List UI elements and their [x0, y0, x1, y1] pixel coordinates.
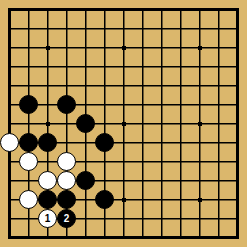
star-point	[198, 198, 202, 202]
stone-black	[57, 190, 76, 209]
stone-white	[19, 152, 38, 171]
stone-black-move-2: 2	[57, 209, 76, 228]
move-number: 1	[45, 214, 51, 224]
go-board: 12	[0, 0, 247, 247]
star-point	[122, 198, 126, 202]
stone-black	[95, 133, 114, 152]
stone-white	[19, 190, 38, 209]
stone-white	[57, 171, 76, 190]
star-point	[46, 46, 50, 50]
star-point	[46, 122, 50, 126]
star-point	[122, 46, 126, 50]
move-number: 2	[64, 214, 70, 224]
stone-white	[0, 133, 19, 152]
stone-black	[19, 95, 38, 114]
stone-black	[95, 190, 114, 209]
stone-black	[38, 190, 57, 209]
stone-black	[76, 114, 95, 133]
stone-white-move-1: 1	[38, 209, 57, 228]
star-point	[122, 122, 126, 126]
star-point	[198, 46, 202, 50]
stone-white	[38, 171, 57, 190]
stone-white	[57, 152, 76, 171]
stone-black	[76, 171, 95, 190]
stone-black	[38, 133, 57, 152]
go-diagram: 12	[0, 0, 247, 247]
star-point	[198, 122, 202, 126]
stone-black	[57, 95, 76, 114]
stone-black	[19, 133, 38, 152]
